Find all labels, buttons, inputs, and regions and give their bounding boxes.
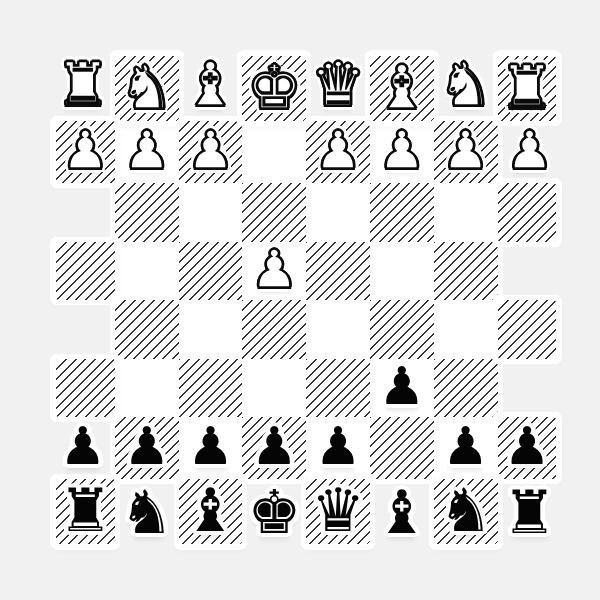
square-a6: [498, 359, 557, 418]
square-c5: [370, 300, 434, 359]
square-b5: [434, 300, 498, 359]
square-f2: ♟: [179, 121, 243, 183]
white-pawn-icon: ♟: [62, 124, 109, 176]
square-f6: [179, 359, 243, 418]
black-pawn-icon: ♟: [60, 420, 107, 472]
square-f3: [179, 183, 243, 242]
square-b2: ♟: [434, 121, 498, 183]
square-g2: ♟: [115, 121, 179, 183]
white-pawn-icon: ♟: [251, 243, 298, 295]
square-g5: [115, 300, 179, 359]
square-c1: ♝: [370, 56, 434, 121]
square-e5: [242, 300, 306, 359]
square-c8: ♝: [370, 479, 434, 544]
square-a7: ♟: [498, 417, 557, 479]
square-a1: ♜: [498, 56, 557, 121]
square-f8: ♝: [179, 479, 243, 544]
square-g3: [115, 183, 179, 242]
square-b8: ♞: [434, 479, 498, 544]
square-h5: [56, 300, 115, 359]
square-a3: [498, 183, 557, 242]
square-f1: ♝: [179, 56, 243, 121]
square-f4: [179, 242, 243, 301]
black-pawn-icon: ♟: [123, 420, 170, 472]
square-e8: ♚: [242, 479, 306, 544]
square-h2: ♟: [56, 121, 115, 183]
square-d6: [306, 359, 370, 418]
square-b1: ♞: [434, 56, 498, 121]
black-rook-icon: ♜: [59, 480, 113, 540]
white-knight-icon: ♞: [120, 57, 174, 117]
square-d4: [306, 242, 370, 301]
square-g4: [115, 242, 179, 301]
square-d1: ♛: [306, 56, 370, 121]
square-d2: ♟: [306, 121, 370, 183]
white-rook-icon: ♜: [56, 54, 110, 114]
square-d8: ♛: [306, 479, 370, 544]
white-rook-icon: ♜: [500, 57, 554, 117]
square-g1: ♞: [115, 56, 179, 121]
square-h7: ♟: [56, 417, 115, 479]
square-c2: ♟: [370, 121, 434, 183]
square-b4: [434, 242, 498, 301]
square-e7: ♟: [242, 417, 306, 479]
square-a8: ♜: [498, 479, 557, 544]
square-d3: [306, 183, 370, 242]
square-f7: ♟: [179, 417, 243, 479]
black-bishop-icon: ♝: [375, 482, 429, 542]
white-bishop-icon: ♝: [375, 57, 429, 117]
square-e2: [242, 121, 306, 183]
white-pawn-icon: ♟: [506, 124, 553, 176]
square-h6: [56, 359, 115, 418]
square-c7: [370, 417, 434, 479]
square-a5: [498, 300, 557, 359]
white-pawn-icon: ♟: [315, 124, 362, 176]
black-pawn-icon: ♟: [187, 420, 234, 472]
square-h1: ♜: [56, 56, 115, 121]
square-b3: [434, 183, 498, 242]
square-a4: [498, 242, 557, 301]
square-a2: ♟: [498, 121, 557, 183]
white-queen-icon: ♛: [311, 54, 365, 114]
square-e4: ♟: [242, 242, 306, 301]
white-knight-icon: ♞: [439, 54, 493, 114]
black-pawn-icon: ♟: [379, 360, 426, 412]
square-c6: ♟: [370, 359, 434, 418]
square-g8: ♞: [115, 479, 179, 544]
black-rook-icon: ♜: [503, 482, 557, 542]
white-bishop-icon: ♝: [184, 54, 238, 114]
chess-board: ♜♞♝♚♛♝♞♜♟♟♟♟♟♟♟♟♟♟♟♟♟♟♟♟♜♞♝♚♛♝♞♜: [56, 56, 544, 544]
square-b7: ♟: [434, 417, 498, 479]
black-pawn-icon: ♟: [442, 420, 489, 472]
square-d7: ♟: [306, 417, 370, 479]
white-king-icon: ♚: [247, 57, 301, 117]
square-g6: [115, 359, 179, 418]
black-pawn-icon: ♟: [251, 420, 298, 472]
black-knight-icon: ♞: [120, 482, 174, 542]
square-c3: [370, 183, 434, 242]
white-pawn-icon: ♟: [187, 124, 234, 176]
black-pawn-icon: ♟: [504, 420, 551, 472]
white-pawn-icon: ♟: [123, 124, 170, 176]
square-g7: ♟: [115, 417, 179, 479]
square-h3: [56, 183, 115, 242]
square-e3: [242, 183, 306, 242]
black-pawn-icon: ♟: [315, 420, 362, 472]
square-d5: [306, 300, 370, 359]
black-bishop-icon: ♝: [184, 480, 238, 540]
black-queen-icon: ♛: [311, 480, 365, 540]
square-h8: ♜: [56, 479, 115, 544]
square-e6: [242, 359, 306, 418]
square-c4: [370, 242, 434, 301]
black-king-icon: ♚: [247, 482, 301, 542]
white-pawn-icon: ♟: [379, 124, 426, 176]
square-f5: [179, 300, 243, 359]
white-pawn-icon: ♟: [442, 124, 489, 176]
black-knight-icon: ♞: [439, 480, 493, 540]
square-h4: [56, 242, 115, 301]
square-e1: ♚: [242, 56, 306, 121]
square-b6: [434, 359, 498, 418]
